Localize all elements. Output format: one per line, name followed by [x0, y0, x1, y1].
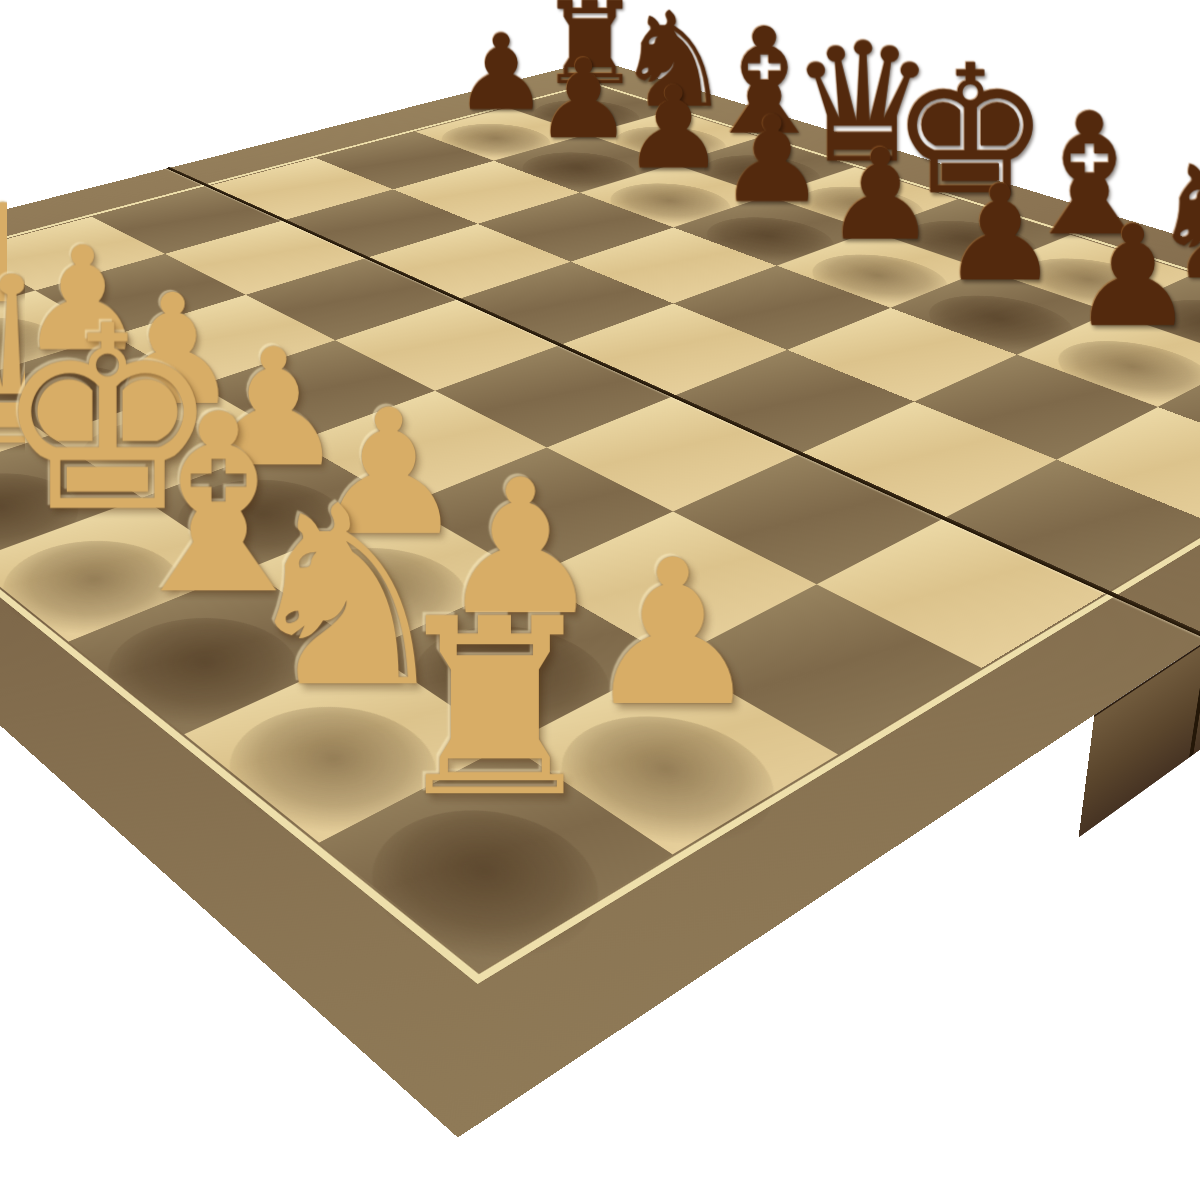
square-c7: ♟: [890, 270, 1109, 355]
black-bishop-c8: ♝: [954, 89, 1200, 271]
case-side-seam: [1189, 639, 1200, 758]
black-knight-b8: ♞: [1088, 135, 1200, 314]
black-rook-h8: ♜: [499, 0, 682, 109]
chess-set-product-photo: ♜♞♝♛♚♝♞♜♟♟♟♟♟♟♟♟♟♟♟♟♟♟♟♟♜♞♝♛♚♝♞♜: [0, 0, 1200, 1200]
board-scene: ♜♞♝♛♚♝♞♜♟♟♟♟♟♟♟♟♟♟♟♟♟♟♟♟♜♞♝♛♚♝♞♜: [0, 0, 1200, 1200]
piece-shadow: [0, 523, 217, 656]
square-a1: ♜: [319, 744, 672, 971]
folding-chessboard-case: ♜♞♝♛♚♝♞♜♟♟♟♟♟♟♟♟♟♟♟♟♟♟♟♟♜♞♝♛♚♝♞♜: [0, 60, 1200, 1138]
